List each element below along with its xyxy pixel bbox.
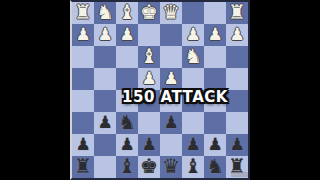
square-h1[interactable]: ♜ xyxy=(72,2,94,24)
piece-black-pawn: ♟ xyxy=(141,136,156,153)
square-c3[interactable]: ♞ xyxy=(182,46,204,68)
piece-black-bishop: ♝ xyxy=(118,156,136,176)
square-g7[interactable] xyxy=(94,134,116,156)
square-h7[interactable]: ♟ xyxy=(72,134,94,156)
square-f6[interactable]: ♞ xyxy=(116,112,138,134)
piece-white-pawn: ♟ xyxy=(141,70,156,87)
banner-150-attack: 150 ATTACK xyxy=(118,87,232,108)
piece-white-pawn: ♟ xyxy=(119,26,134,43)
square-e3[interactable]: ♝ xyxy=(138,46,160,68)
square-b7[interactable]: ♟ xyxy=(204,134,226,156)
square-a7[interactable]: ♟ xyxy=(226,134,248,156)
square-d8[interactable]: ♛ xyxy=(160,156,182,178)
piece-white-queen: ♛ xyxy=(162,2,180,22)
piece-white-bishop: ♝ xyxy=(118,2,136,22)
square-d7[interactable] xyxy=(160,134,182,156)
square-e8[interactable]: ♚ xyxy=(138,156,160,178)
illegible-watermark: ······· xyxy=(231,172,248,177)
square-a1[interactable]: ♜ xyxy=(226,2,248,24)
square-c8[interactable]: ♝ xyxy=(182,156,204,178)
piece-black-bishop: ♝ xyxy=(184,156,202,176)
piece-white-knight: ♞ xyxy=(184,46,202,66)
square-f1[interactable]: ♝ xyxy=(116,2,138,24)
piece-black-queen: ♛ xyxy=(162,156,180,176)
square-f7[interactable]: ♟ xyxy=(116,134,138,156)
piece-white-pawn: ♟ xyxy=(97,26,112,43)
piece-black-pawn: ♟ xyxy=(229,136,244,153)
piece-black-king: ♚ xyxy=(140,156,158,176)
square-f2[interactable]: ♟ xyxy=(116,24,138,46)
square-e1[interactable]: ♚ xyxy=(138,2,160,24)
square-g5[interactable] xyxy=(94,90,116,112)
piece-white-knight: ♞ xyxy=(96,2,114,22)
square-d6[interactable]: ♟ xyxy=(160,112,182,134)
piece-black-knight: ♞ xyxy=(118,112,136,132)
piece-white-rook: ♜ xyxy=(228,2,246,22)
square-h2[interactable]: ♟ xyxy=(72,24,94,46)
piece-black-pawn: ♟ xyxy=(163,114,178,131)
square-h8[interactable]: ♜ xyxy=(72,156,94,178)
square-f8[interactable]: ♝ xyxy=(116,156,138,178)
square-g3[interactable] xyxy=(94,46,116,68)
square-g8[interactable] xyxy=(94,156,116,178)
square-b3[interactable] xyxy=(204,46,226,68)
square-h5[interactable] xyxy=(72,90,94,112)
square-e7[interactable]: ♟ xyxy=(138,134,160,156)
piece-white-pawn: ♟ xyxy=(207,26,222,43)
piece-white-pawn: ♟ xyxy=(229,26,244,43)
square-h6[interactable] xyxy=(72,112,94,134)
piece-black-pawn: ♟ xyxy=(119,136,134,153)
square-d3[interactable] xyxy=(160,46,182,68)
piece-black-rook: ♜ xyxy=(74,156,92,176)
piece-black-pawn: ♟ xyxy=(207,136,222,153)
square-g4[interactable] xyxy=(94,68,116,90)
square-b1[interactable] xyxy=(204,2,226,24)
square-e6[interactable] xyxy=(138,112,160,134)
square-a2[interactable]: ♟ xyxy=(226,24,248,46)
piece-white-pawn: ♟ xyxy=(75,26,90,43)
piece-white-pawn: ♟ xyxy=(185,26,200,43)
piece-white-rook: ♜ xyxy=(74,2,92,22)
square-b8[interactable]: ♞ xyxy=(204,156,226,178)
square-e2[interactable] xyxy=(138,24,160,46)
square-b2[interactable]: ♟ xyxy=(204,24,226,46)
square-g6[interactable]: ♟ xyxy=(94,112,116,134)
piece-black-knight: ♞ xyxy=(206,156,224,176)
square-c1[interactable] xyxy=(182,2,204,24)
square-g2[interactable]: ♟ xyxy=(94,24,116,46)
piece-black-pawn: ♟ xyxy=(97,114,112,131)
square-c6[interactable] xyxy=(182,112,204,134)
square-a3[interactable] xyxy=(226,46,248,68)
square-d1[interactable]: ♛ xyxy=(160,2,182,24)
piece-black-pawn: ♟ xyxy=(75,136,90,153)
piece-black-pawn: ♟ xyxy=(185,136,200,153)
square-h3[interactable] xyxy=(72,46,94,68)
square-c2[interactable]: ♟ xyxy=(182,24,204,46)
piece-white-bishop: ♝ xyxy=(140,46,158,66)
piece-white-king: ♚ xyxy=(140,2,158,22)
square-g1[interactable]: ♞ xyxy=(94,2,116,24)
square-h4[interactable] xyxy=(72,68,94,90)
piece-white-pawn: ♟ xyxy=(163,70,178,87)
square-d2[interactable] xyxy=(160,24,182,46)
square-c7[interactable]: ♟ xyxy=(182,134,204,156)
square-f3[interactable] xyxy=(116,46,138,68)
square-b6[interactable] xyxy=(204,112,226,134)
square-a6[interactable] xyxy=(226,112,248,134)
